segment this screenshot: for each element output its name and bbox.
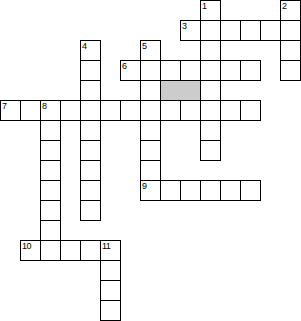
clue-number-9: 9: [142, 181, 147, 191]
cell-r6-c7[interactable]: [140, 120, 161, 141]
clue-number-8: 8: [42, 101, 47, 111]
cell-r3-c14[interactable]: [280, 60, 301, 81]
cell-r9-c4[interactable]: [80, 180, 101, 201]
cell-r5-c11[interactable]: [220, 100, 241, 121]
cell-r12-c2[interactable]: [40, 240, 61, 261]
cell-r5-c5[interactable]: [100, 100, 121, 121]
cell-r6-c4[interactable]: [80, 120, 101, 141]
cell-r5-c1[interactable]: [20, 100, 41, 121]
cell-r9-c7[interactable]: 9: [140, 180, 161, 201]
cell-r12-c5[interactable]: 11: [100, 240, 121, 261]
cell-r2-c10[interactable]: [200, 40, 221, 61]
cell-r8-c4[interactable]: [80, 160, 101, 181]
cell-r9-c8[interactable]: [160, 180, 181, 201]
cell-r5-c6[interactable]: [120, 100, 141, 121]
cell-r5-c8[interactable]: [160, 100, 181, 121]
cell-r1-c13[interactable]: [260, 20, 281, 41]
cell-r5-c12[interactable]: [240, 100, 261, 121]
clue-number-5: 5: [142, 41, 147, 51]
cell-r5-c9[interactable]: [180, 100, 201, 121]
cell-r9-c9[interactable]: [180, 180, 201, 201]
cell-r0-c10[interactable]: 1: [200, 0, 221, 21]
cell-r13-c5[interactable]: [100, 260, 121, 281]
cell-r12-c3[interactable]: [60, 240, 81, 261]
cell-r3-c7[interactable]: [140, 60, 161, 81]
cell-r9-c10[interactable]: [200, 180, 221, 201]
clue-number-7: 7: [2, 101, 7, 111]
cell-r1-c9[interactable]: 3: [180, 20, 201, 41]
blocked-cell-r4-c8: [160, 80, 201, 101]
cell-r4-c4[interactable]: [80, 80, 101, 101]
cell-r4-c7[interactable]: [140, 80, 161, 101]
cell-r6-c2[interactable]: [40, 120, 61, 141]
cell-r5-c7[interactable]: [140, 100, 161, 121]
cell-r3-c4[interactable]: [80, 60, 101, 81]
cell-r7-c2[interactable]: [40, 140, 61, 161]
cell-r3-c6[interactable]: 6: [120, 60, 141, 81]
clue-number-2: 2: [282, 1, 287, 11]
crossword-board: 1234567891011: [0, 0, 301, 321]
cell-r8-c2[interactable]: [40, 160, 61, 181]
cell-r9-c12[interactable]: [240, 180, 261, 201]
cell-r10-c2[interactable]: [40, 200, 61, 221]
cell-r9-c11[interactable]: [220, 180, 241, 201]
cell-r9-c2[interactable]: [40, 180, 61, 201]
cell-r12-c1[interactable]: 10: [20, 240, 41, 261]
cell-r7-c7[interactable]: [140, 140, 161, 161]
cell-r5-c3[interactable]: [60, 100, 81, 121]
cell-r15-c5[interactable]: [100, 300, 121, 321]
cell-r1-c14[interactable]: [280, 20, 301, 41]
cell-r3-c9[interactable]: [180, 60, 201, 81]
cell-r4-c10[interactable]: [200, 80, 221, 101]
cell-r5-c0[interactable]: 7: [0, 100, 21, 121]
cell-r11-c2[interactable]: [40, 220, 61, 241]
cell-r3-c10[interactable]: [200, 60, 221, 81]
cell-r6-c10[interactable]: [200, 120, 221, 141]
clue-number-1: 1: [202, 1, 207, 11]
clue-number-3: 3: [182, 21, 187, 31]
cell-r8-c7[interactable]: [140, 160, 161, 181]
cell-r0-c14[interactable]: 2: [280, 0, 301, 21]
cell-r1-c12[interactable]: [240, 20, 261, 41]
clue-number-6: 6: [122, 61, 127, 71]
cell-r7-c4[interactable]: [80, 140, 101, 161]
cell-r2-c7[interactable]: 5: [140, 40, 161, 61]
cell-r5-c2[interactable]: 8: [40, 100, 61, 121]
cell-r1-c11[interactable]: [220, 20, 241, 41]
clue-number-10: 10: [22, 241, 31, 251]
cell-r1-c10[interactable]: [200, 20, 221, 41]
cell-r14-c5[interactable]: [100, 280, 121, 301]
cell-r2-c14[interactable]: [280, 40, 301, 61]
cell-r12-c4[interactable]: [80, 240, 101, 261]
clue-number-11: 11: [102, 241, 110, 251]
cell-r5-c4[interactable]: [80, 100, 101, 121]
cell-r3-c12[interactable]: [240, 60, 261, 81]
cell-r5-c10[interactable]: [200, 100, 221, 121]
cell-r2-c4[interactable]: 4: [80, 40, 101, 61]
cell-r3-c11[interactable]: [220, 60, 241, 81]
cell-r10-c4[interactable]: [80, 200, 101, 221]
cell-r7-c10[interactable]: [200, 140, 221, 161]
cell-r3-c8[interactable]: [160, 60, 181, 81]
clue-number-4: 4: [82, 41, 87, 51]
